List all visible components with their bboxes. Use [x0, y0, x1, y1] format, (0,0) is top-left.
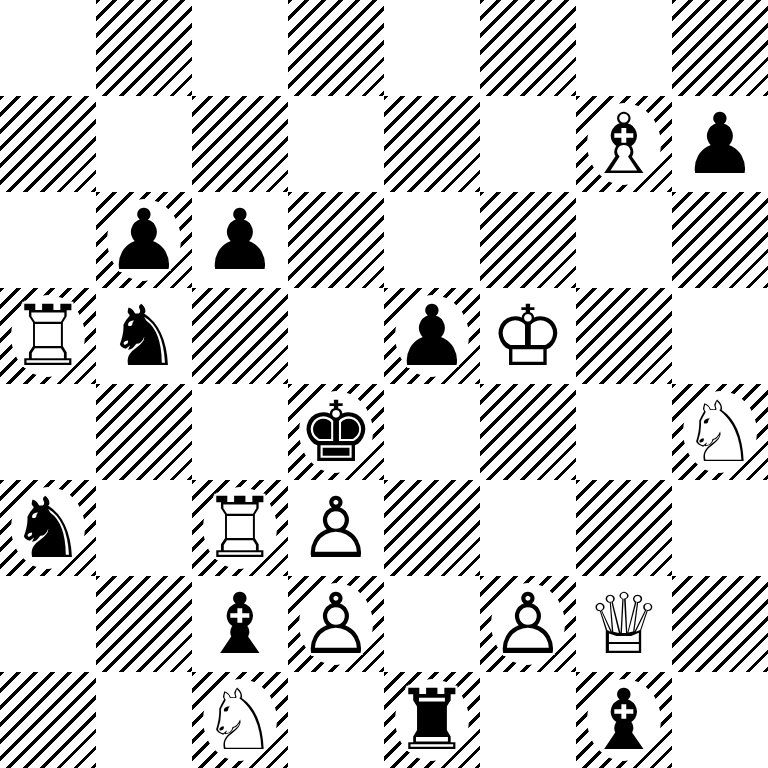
black-pawn: ♟ — [192, 192, 288, 288]
square-c7[interactable] — [192, 96, 288, 192]
square-d6[interactable] — [288, 192, 384, 288]
black-pawn: ♟ — [384, 288, 480, 384]
square-f5[interactable]: ♔ — [480, 288, 576, 384]
square-d4[interactable]: ♚ — [288, 384, 384, 480]
square-d8[interactable] — [288, 0, 384, 96]
square-c8[interactable] — [192, 0, 288, 96]
white-rook: ♖ — [192, 480, 288, 576]
square-h6[interactable] — [672, 192, 768, 288]
square-a3[interactable]: ♞ — [0, 480, 96, 576]
white-pawn: ♙ — [480, 576, 576, 672]
square-h1[interactable] — [672, 672, 768, 768]
square-h2[interactable] — [672, 576, 768, 672]
square-e6[interactable] — [384, 192, 480, 288]
white-pawn: ♙ — [288, 576, 384, 672]
black-pawn: ♟ — [96, 192, 192, 288]
square-c6[interactable]: ♟ — [192, 192, 288, 288]
white-knight: ♘ — [192, 672, 288, 768]
square-c4[interactable] — [192, 384, 288, 480]
square-h4[interactable]: ♘ — [672, 384, 768, 480]
square-d3[interactable]: ♙ — [288, 480, 384, 576]
square-g6[interactable] — [576, 192, 672, 288]
square-f6[interactable] — [480, 192, 576, 288]
square-c3[interactable]: ♖ — [192, 480, 288, 576]
black-bishop: ♝ — [192, 576, 288, 672]
square-f8[interactable] — [480, 0, 576, 96]
square-e7[interactable] — [384, 96, 480, 192]
square-g7[interactable]: ♗ — [576, 96, 672, 192]
square-g3[interactable] — [576, 480, 672, 576]
square-a4[interactable] — [0, 384, 96, 480]
square-a8[interactable] — [0, 0, 96, 96]
square-f3[interactable] — [480, 480, 576, 576]
square-d2[interactable]: ♙ — [288, 576, 384, 672]
square-f2[interactable]: ♙ — [480, 576, 576, 672]
square-a6[interactable] — [0, 192, 96, 288]
black-knight: ♞ — [96, 288, 192, 384]
square-a1[interactable] — [0, 672, 96, 768]
square-e3[interactable] — [384, 480, 480, 576]
white-knight: ♘ — [672, 384, 768, 480]
square-e1[interactable]: ♜ — [384, 672, 480, 768]
square-f4[interactable] — [480, 384, 576, 480]
square-h5[interactable] — [672, 288, 768, 384]
square-f7[interactable] — [480, 96, 576, 192]
white-bishop: ♗ — [576, 96, 672, 192]
square-c5[interactable] — [192, 288, 288, 384]
square-e2[interactable] — [384, 576, 480, 672]
square-b1[interactable] — [96, 672, 192, 768]
square-g5[interactable] — [576, 288, 672, 384]
black-rook: ♜ — [384, 672, 480, 768]
square-a7[interactable] — [0, 96, 96, 192]
square-f1[interactable] — [480, 672, 576, 768]
square-d5[interactable] — [288, 288, 384, 384]
black-knight: ♞ — [0, 480, 96, 576]
square-c1[interactable]: ♘ — [192, 672, 288, 768]
black-king: ♚ — [288, 384, 384, 480]
square-g4[interactable] — [576, 384, 672, 480]
square-b7[interactable] — [96, 96, 192, 192]
square-e8[interactable] — [384, 0, 480, 96]
black-pawn: ♟ — [672, 96, 768, 192]
square-g1[interactable]: ♝ — [576, 672, 672, 768]
chess-board: ♗♟♟♟♖♞♟♔♚♘♞♖♙♝♙♙♕♘♜♝ — [0, 0, 768, 768]
square-h7[interactable]: ♟ — [672, 96, 768, 192]
square-e4[interactable] — [384, 384, 480, 480]
square-h3[interactable] — [672, 480, 768, 576]
square-b2[interactable] — [96, 576, 192, 672]
square-g8[interactable] — [576, 0, 672, 96]
square-a5[interactable]: ♖ — [0, 288, 96, 384]
white-queen: ♕ — [576, 576, 672, 672]
square-a2[interactable] — [0, 576, 96, 672]
square-c2[interactable]: ♝ — [192, 576, 288, 672]
square-b4[interactable] — [96, 384, 192, 480]
square-d7[interactable] — [288, 96, 384, 192]
square-g2[interactable]: ♕ — [576, 576, 672, 672]
square-b8[interactable] — [96, 0, 192, 96]
square-b6[interactable]: ♟ — [96, 192, 192, 288]
square-e5[interactable]: ♟ — [384, 288, 480, 384]
square-b5[interactable]: ♞ — [96, 288, 192, 384]
white-rook: ♖ — [0, 288, 96, 384]
white-king: ♔ — [480, 288, 576, 384]
white-pawn: ♙ — [288, 480, 384, 576]
square-b3[interactable] — [96, 480, 192, 576]
black-bishop: ♝ — [576, 672, 672, 768]
square-h8[interactable] — [672, 0, 768, 96]
square-d1[interactable] — [288, 672, 384, 768]
